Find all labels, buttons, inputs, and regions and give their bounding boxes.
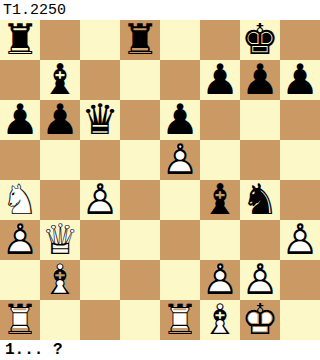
piece-glyph-fill: ♝ <box>40 60 80 100</box>
piece-black-queen[interactable]: ♛ <box>80 100 120 140</box>
piece-glyph-outline: ♙ <box>280 220 320 260</box>
piece-glyph-outline: ♙ <box>80 180 120 220</box>
piece-glyph-fill: ♟ <box>40 100 80 140</box>
square-c2[interactable] <box>80 260 120 300</box>
piece-black-rook[interactable]: ♜ <box>120 20 160 60</box>
piece-black-bishop[interactable]: ♝ <box>200 180 240 220</box>
piece-glyph-outline: ♙ <box>200 260 240 300</box>
square-d3[interactable] <box>120 220 160 260</box>
piece-glyph-fill: ♜ <box>0 20 40 60</box>
square-b1[interactable] <box>40 300 80 340</box>
square-d7[interactable] <box>120 60 160 100</box>
square-g4[interactable]: ♞ <box>240 180 280 220</box>
square-d6[interactable] <box>120 100 160 140</box>
piece-black-pawn[interactable]: ♟ <box>160 100 200 140</box>
square-e7[interactable] <box>160 60 200 100</box>
square-b3[interactable]: ♛♕ <box>40 220 80 260</box>
piece-glyph-fill: ♟ <box>200 60 240 100</box>
piece-glyph-outline: ♗ <box>200 300 240 340</box>
square-b7[interactable]: ♝ <box>40 60 80 100</box>
piece-glyph-fill: ♟ <box>160 100 200 140</box>
square-b8[interactable] <box>40 20 80 60</box>
square-a6[interactable]: ♟ <box>0 100 40 140</box>
square-h7[interactable]: ♟ <box>280 60 320 100</box>
piece-black-pawn[interactable]: ♟ <box>0 100 40 140</box>
piece-white-rook[interactable]: ♜♖ <box>0 300 40 340</box>
square-c1[interactable] <box>80 300 120 340</box>
piece-glyph-fill: ♜ <box>120 20 160 60</box>
square-h2[interactable] <box>280 260 320 300</box>
square-f3[interactable] <box>200 220 240 260</box>
square-f2[interactable]: ♟♙ <box>200 260 240 300</box>
chess-puzzle-window: T1.2250 ♜♜♚♝♟♟♟♟♟♛♟♟♙♞♘♟♙♝♞♟♙♛♕♟♙♝♗♟♙♟♙♜… <box>0 0 320 360</box>
piece-glyph-outline: ♖ <box>160 300 200 340</box>
piece-white-pawn[interactable]: ♟♙ <box>0 220 40 260</box>
square-a5[interactable] <box>0 140 40 180</box>
piece-white-pawn[interactable]: ♟♙ <box>280 220 320 260</box>
piece-white-bishop[interactable]: ♝♗ <box>200 300 240 340</box>
square-h4[interactable] <box>280 180 320 220</box>
square-h1[interactable] <box>280 300 320 340</box>
square-c6[interactable]: ♛ <box>80 100 120 140</box>
square-b5[interactable] <box>40 140 80 180</box>
square-e5[interactable]: ♟♙ <box>160 140 200 180</box>
piece-black-pawn[interactable]: ♟ <box>200 60 240 100</box>
square-g3[interactable] <box>240 220 280 260</box>
square-c7[interactable] <box>80 60 120 100</box>
piece-white-king[interactable]: ♚♔ <box>240 300 280 340</box>
piece-black-pawn[interactable]: ♟ <box>40 100 80 140</box>
square-b6[interactable]: ♟ <box>40 100 80 140</box>
square-d4[interactable] <box>120 180 160 220</box>
square-a8[interactable]: ♜ <box>0 20 40 60</box>
piece-white-pawn[interactable]: ♟♙ <box>80 180 120 220</box>
square-h6[interactable] <box>280 100 320 140</box>
square-f1[interactable]: ♝♗ <box>200 300 240 340</box>
square-a4[interactable]: ♞♘ <box>0 180 40 220</box>
piece-glyph-outline: ♙ <box>240 260 280 300</box>
piece-black-pawn[interactable]: ♟ <box>240 60 280 100</box>
piece-glyph-outline: ♔ <box>240 300 280 340</box>
square-g2[interactable]: ♟♙ <box>240 260 280 300</box>
piece-glyph-outline: ♙ <box>0 220 40 260</box>
piece-glyph-fill: ♟ <box>280 60 320 100</box>
square-f8[interactable] <box>200 20 240 60</box>
piece-white-pawn[interactable]: ♟♙ <box>240 260 280 300</box>
piece-glyph-fill: ♝ <box>200 180 240 220</box>
piece-glyph-outline: ♕ <box>40 220 80 260</box>
square-c3[interactable] <box>80 220 120 260</box>
square-d8[interactable]: ♜ <box>120 20 160 60</box>
square-e3[interactable] <box>160 220 200 260</box>
piece-white-bishop[interactable]: ♝♗ <box>40 260 80 300</box>
piece-black-king[interactable]: ♚ <box>240 20 280 60</box>
piece-black-bishop[interactable]: ♝ <box>40 60 80 100</box>
square-g6[interactable] <box>240 100 280 140</box>
piece-white-queen[interactable]: ♛♕ <box>40 220 80 260</box>
square-f7[interactable]: ♟ <box>200 60 240 100</box>
piece-black-knight[interactable]: ♞ <box>240 180 280 220</box>
square-d5[interactable] <box>120 140 160 180</box>
square-a3[interactable]: ♟♙ <box>0 220 40 260</box>
piece-glyph-outline: ♖ <box>0 300 40 340</box>
square-g8[interactable]: ♚ <box>240 20 280 60</box>
square-c4[interactable]: ♟♙ <box>80 180 120 220</box>
chess-board: ♜♜♚♝♟♟♟♟♟♛♟♟♙♞♘♟♙♝♞♟♙♛♕♟♙♝♗♟♙♟♙♜♖♜♖♝♗♚♔ <box>0 20 320 340</box>
square-d1[interactable] <box>120 300 160 340</box>
square-e6[interactable]: ♟ <box>160 100 200 140</box>
piece-glyph-outline: ♙ <box>160 140 200 180</box>
square-e4[interactable] <box>160 180 200 220</box>
piece-black-pawn[interactable]: ♟ <box>280 60 320 100</box>
piece-glyph-fill: ♚ <box>240 20 280 60</box>
piece-glyph-outline: ♗ <box>40 260 80 300</box>
square-e8[interactable] <box>160 20 200 60</box>
piece-glyph-fill: ♞ <box>240 180 280 220</box>
square-a7[interactable] <box>0 60 40 100</box>
square-c5[interactable] <box>80 140 120 180</box>
square-d2[interactable] <box>120 260 160 300</box>
square-f4[interactable]: ♝ <box>200 180 240 220</box>
square-a2[interactable] <box>0 260 40 300</box>
square-g7[interactable]: ♟ <box>240 60 280 100</box>
square-h8[interactable] <box>280 20 320 60</box>
square-b2[interactable]: ♝♗ <box>40 260 80 300</box>
square-c8[interactable] <box>80 20 120 60</box>
square-e2[interactable] <box>160 260 200 300</box>
square-b4[interactable] <box>40 180 80 220</box>
square-g5[interactable] <box>240 140 280 180</box>
piece-black-rook[interactable]: ♜ <box>0 20 40 60</box>
piece-white-rook[interactable]: ♜♖ <box>160 300 200 340</box>
piece-white-pawn[interactable]: ♟♙ <box>200 260 240 300</box>
square-e1[interactable]: ♜♖ <box>160 300 200 340</box>
piece-glyph-fill: ♟ <box>0 100 40 140</box>
piece-white-knight[interactable]: ♞♘ <box>0 180 40 220</box>
square-h5[interactable] <box>280 140 320 180</box>
square-a1[interactable]: ♜♖ <box>0 300 40 340</box>
piece-glyph-outline: ♘ <box>0 180 40 220</box>
square-f6[interactable] <box>200 100 240 140</box>
square-h3[interactable]: ♟♙ <box>280 220 320 260</box>
piece-white-pawn[interactable]: ♟♙ <box>160 140 200 180</box>
square-g1[interactable]: ♚♔ <box>240 300 280 340</box>
square-f5[interactable] <box>200 140 240 180</box>
piece-glyph-fill: ♟ <box>240 60 280 100</box>
piece-glyph-fill: ♛ <box>80 100 120 140</box>
